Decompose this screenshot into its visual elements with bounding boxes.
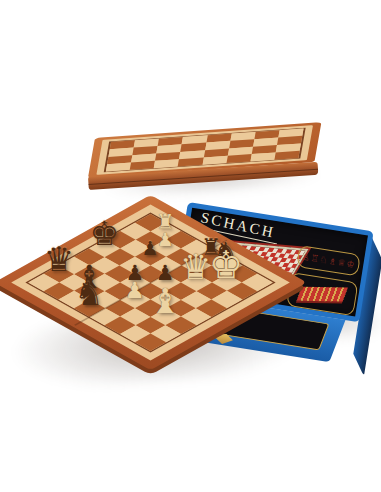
folded-board-square [106,162,131,171]
folded-board-square [274,151,299,160]
folded-board-square [154,159,179,168]
folded-board-square [250,152,275,161]
folded-board-square [202,156,227,165]
product-photo-scene: SCHACH ♙♖♘♗♕♔ [0,0,381,492]
folded-board-square [178,157,203,166]
chess-piece-silhouettes-icon: ♙♖♘♗♕♔ [301,252,356,269]
folded-board-square [226,154,251,163]
box-art-pieces-panel: ♙♖♘♗♕♔ [296,245,361,276]
box-art-accessory-icon [297,287,348,302]
folded-board-square [130,161,155,170]
